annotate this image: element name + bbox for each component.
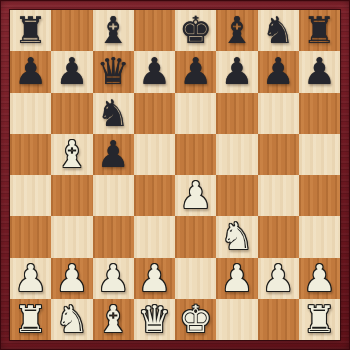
square-a2[interactable]: ♟ bbox=[10, 258, 51, 299]
square-a6[interactable] bbox=[10, 93, 51, 134]
square-f3[interactable]: ♞ bbox=[216, 216, 257, 257]
square-a3[interactable] bbox=[10, 216, 51, 257]
square-d4[interactable] bbox=[134, 175, 175, 216]
square-d6[interactable] bbox=[134, 93, 175, 134]
square-g6[interactable] bbox=[258, 93, 299, 134]
square-g2[interactable]: ♟ bbox=[258, 258, 299, 299]
square-h5[interactable] bbox=[299, 134, 340, 175]
piece-white-pawn[interactable]: ♟ bbox=[179, 177, 212, 214]
square-h7[interactable]: ♟ bbox=[299, 51, 340, 92]
piece-black-rook[interactable]: ♜ bbox=[14, 12, 47, 49]
square-h4[interactable] bbox=[299, 175, 340, 216]
piece-black-king[interactable]: ♚ bbox=[179, 12, 212, 49]
square-c5[interactable]: ♟ bbox=[93, 134, 134, 175]
piece-white-knight[interactable]: ♞ bbox=[220, 218, 253, 255]
square-h6[interactable] bbox=[299, 93, 340, 134]
square-h3[interactable] bbox=[299, 216, 340, 257]
square-a5[interactable] bbox=[10, 134, 51, 175]
square-a7[interactable]: ♟ bbox=[10, 51, 51, 92]
square-f4[interactable] bbox=[216, 175, 257, 216]
square-h8[interactable]: ♜ bbox=[299, 10, 340, 51]
piece-black-queen[interactable]: ♛ bbox=[97, 53, 130, 90]
square-b6[interactable] bbox=[51, 93, 92, 134]
square-e2[interactable] bbox=[175, 258, 216, 299]
board: ♜♝♚♝♞♜♟♟♛♟♟♟♟♟♞♝♟♟♞♟♟♟♟♟♟♟♜♞♝♛♚♜ bbox=[10, 10, 340, 340]
board-frame: ♜♝♚♝♞♜♟♟♛♟♟♟♟♟♞♝♟♟♞♟♟♟♟♟♟♟♜♞♝♛♚♜ bbox=[0, 0, 350, 350]
square-g7[interactable]: ♟ bbox=[258, 51, 299, 92]
piece-black-bishop[interactable]: ♝ bbox=[220, 12, 253, 49]
square-d8[interactable] bbox=[134, 10, 175, 51]
piece-black-knight[interactable]: ♞ bbox=[262, 12, 295, 49]
piece-white-pawn[interactable]: ♟ bbox=[303, 260, 336, 297]
piece-black-pawn[interactable]: ♟ bbox=[303, 53, 336, 90]
piece-black-pawn[interactable]: ♟ bbox=[14, 53, 47, 90]
piece-black-pawn[interactable]: ♟ bbox=[97, 136, 130, 173]
piece-black-pawn[interactable]: ♟ bbox=[179, 53, 212, 90]
square-h2[interactable]: ♟ bbox=[299, 258, 340, 299]
square-e6[interactable] bbox=[175, 93, 216, 134]
piece-black-rook[interactable]: ♜ bbox=[303, 12, 336, 49]
square-b8[interactable] bbox=[51, 10, 92, 51]
piece-white-bishop[interactable]: ♝ bbox=[55, 136, 88, 173]
piece-white-rook[interactable]: ♜ bbox=[14, 301, 47, 338]
square-f2[interactable]: ♟ bbox=[216, 258, 257, 299]
square-g5[interactable] bbox=[258, 134, 299, 175]
square-g3[interactable] bbox=[258, 216, 299, 257]
square-e1[interactable]: ♚ bbox=[175, 299, 216, 340]
square-c3[interactable] bbox=[93, 216, 134, 257]
square-a4[interactable] bbox=[10, 175, 51, 216]
square-d3[interactable] bbox=[134, 216, 175, 257]
piece-white-pawn[interactable]: ♟ bbox=[138, 260, 171, 297]
piece-white-rook[interactable]: ♜ bbox=[303, 301, 336, 338]
square-b2[interactable]: ♟ bbox=[51, 258, 92, 299]
piece-white-pawn[interactable]: ♟ bbox=[14, 260, 47, 297]
square-d2[interactable]: ♟ bbox=[134, 258, 175, 299]
square-d5[interactable] bbox=[134, 134, 175, 175]
piece-black-pawn[interactable]: ♟ bbox=[262, 53, 295, 90]
square-e5[interactable] bbox=[175, 134, 216, 175]
square-e3[interactable] bbox=[175, 216, 216, 257]
square-a1[interactable]: ♜ bbox=[10, 299, 51, 340]
square-b7[interactable]: ♟ bbox=[51, 51, 92, 92]
piece-white-queen[interactable]: ♛ bbox=[138, 301, 171, 338]
square-b5[interactable]: ♝ bbox=[51, 134, 92, 175]
square-c2[interactable]: ♟ bbox=[93, 258, 134, 299]
square-a8[interactable]: ♜ bbox=[10, 10, 51, 51]
piece-white-bishop[interactable]: ♝ bbox=[97, 301, 130, 338]
square-f6[interactable] bbox=[216, 93, 257, 134]
square-h1[interactable]: ♜ bbox=[299, 299, 340, 340]
square-g8[interactable]: ♞ bbox=[258, 10, 299, 51]
piece-black-pawn[interactable]: ♟ bbox=[55, 53, 88, 90]
square-g1[interactable] bbox=[258, 299, 299, 340]
square-c4[interactable] bbox=[93, 175, 134, 216]
square-d1[interactable]: ♛ bbox=[134, 299, 175, 340]
piece-black-pawn[interactable]: ♟ bbox=[138, 53, 171, 90]
square-c1[interactable]: ♝ bbox=[93, 299, 134, 340]
square-c8[interactable]: ♝ bbox=[93, 10, 134, 51]
piece-black-bishop[interactable]: ♝ bbox=[97, 12, 130, 49]
square-b1[interactable]: ♞ bbox=[51, 299, 92, 340]
square-f7[interactable]: ♟ bbox=[216, 51, 257, 92]
square-f8[interactable]: ♝ bbox=[216, 10, 257, 51]
piece-white-knight[interactable]: ♞ bbox=[55, 301, 88, 338]
square-d7[interactable]: ♟ bbox=[134, 51, 175, 92]
square-f5[interactable] bbox=[216, 134, 257, 175]
piece-white-pawn[interactable]: ♟ bbox=[262, 260, 295, 297]
square-e8[interactable]: ♚ bbox=[175, 10, 216, 51]
piece-black-knight[interactable]: ♞ bbox=[97, 95, 130, 132]
piece-white-king[interactable]: ♚ bbox=[179, 301, 212, 338]
square-e4[interactable]: ♟ bbox=[175, 175, 216, 216]
piece-white-pawn[interactable]: ♟ bbox=[55, 260, 88, 297]
piece-black-pawn[interactable]: ♟ bbox=[220, 53, 253, 90]
square-b3[interactable] bbox=[51, 216, 92, 257]
square-c7[interactable]: ♛ bbox=[93, 51, 134, 92]
piece-white-pawn[interactable]: ♟ bbox=[220, 260, 253, 297]
square-e7[interactable]: ♟ bbox=[175, 51, 216, 92]
square-f1[interactable] bbox=[216, 299, 257, 340]
square-g4[interactable] bbox=[258, 175, 299, 216]
square-c6[interactable]: ♞ bbox=[93, 93, 134, 134]
square-b4[interactable] bbox=[51, 175, 92, 216]
piece-white-pawn[interactable]: ♟ bbox=[97, 260, 130, 297]
